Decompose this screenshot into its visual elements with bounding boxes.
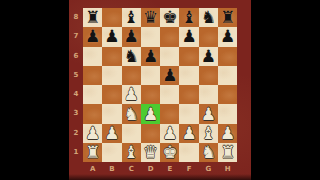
black-pawn-piece[interactable]: ♟	[160, 66, 179, 85]
square-g2[interactable]: ♝	[199, 124, 218, 143]
square-d7[interactable]	[141, 27, 160, 46]
square-e5[interactable]: ♟	[160, 66, 179, 85]
square-g7[interactable]	[199, 27, 218, 46]
square-f1[interactable]	[179, 143, 198, 162]
file-label-h: H	[218, 163, 237, 175]
chess-board: ♜♝♛♚♝♞♜♟♟♟♟♟♞♟♟♟♟♞♟♟♟♟♟♟♝♟♜♝♛♚♞♜	[83, 8, 237, 162]
square-a6[interactable]	[83, 47, 102, 66]
black-pawn-piece[interactable]: ♟	[179, 27, 198, 46]
square-f4[interactable]	[179, 85, 198, 104]
square-h4[interactable]	[218, 85, 237, 104]
square-h8[interactable]: ♜	[218, 8, 237, 27]
square-f5[interactable]	[179, 66, 198, 85]
square-g6[interactable]: ♟	[199, 47, 218, 66]
square-h1[interactable]: ♜	[218, 143, 237, 162]
rank-label-4: 4	[69, 85, 83, 104]
square-h5[interactable]	[218, 66, 237, 85]
square-f2[interactable]: ♟	[179, 124, 198, 143]
square-h3[interactable]	[218, 104, 237, 123]
square-d5[interactable]	[141, 66, 160, 85]
square-a7[interactable]: ♟	[83, 27, 102, 46]
file-labels: ABCDEFGH	[83, 163, 237, 175]
square-h7[interactable]: ♟	[218, 27, 237, 46]
square-c4[interactable]: ♟	[122, 85, 141, 104]
square-g3[interactable]: ♟	[199, 104, 218, 123]
square-d2[interactable]	[141, 124, 160, 143]
square-b1[interactable]	[102, 143, 121, 162]
square-e7[interactable]	[160, 27, 179, 46]
square-h2[interactable]: ♟	[218, 124, 237, 143]
white-knight-piece[interactable]: ♞	[122, 104, 141, 123]
square-a1[interactable]: ♜	[83, 143, 102, 162]
black-knight-piece[interactable]: ♞	[122, 47, 141, 66]
square-b3[interactable]	[102, 104, 121, 123]
black-queen-piece[interactable]: ♛	[141, 8, 160, 27]
white-pawn-piece[interactable]: ♟	[83, 124, 102, 143]
square-h6[interactable]	[218, 47, 237, 66]
square-b2[interactable]: ♟	[102, 124, 121, 143]
white-rook-piece[interactable]: ♜	[83, 143, 102, 162]
rank-label-1: 1	[69, 143, 83, 162]
white-king-piece[interactable]: ♚	[160, 143, 179, 162]
board-frame: 87654321 ♜♝♛♚♝♞♜♟♟♟♟♟♞♟♟♟♟♞♟♟♟♟♟♟♝♟♜♝♛♚♞…	[69, 0, 251, 180]
file-label-e: E	[160, 163, 179, 175]
square-d1[interactable]: ♛	[141, 143, 160, 162]
square-f3[interactable]	[179, 104, 198, 123]
file-label-c: C	[122, 163, 141, 175]
file-label-d: D	[141, 163, 160, 175]
square-c6[interactable]: ♞	[122, 47, 141, 66]
black-bishop-piece[interactable]: ♝	[179, 8, 198, 27]
black-pawn-piece[interactable]: ♟	[122, 27, 141, 46]
white-queen-piece[interactable]: ♛	[141, 143, 160, 162]
file-label-g: G	[199, 163, 218, 175]
rank-labels: 87654321	[69, 8, 83, 162]
white-knight-piece[interactable]: ♞	[199, 143, 218, 162]
square-g1[interactable]: ♞	[199, 143, 218, 162]
black-bishop-piece[interactable]: ♝	[122, 8, 141, 27]
black-king-piece[interactable]: ♚	[160, 8, 179, 27]
rank-label-3: 3	[69, 104, 83, 123]
square-b5[interactable]	[102, 66, 121, 85]
white-pawn-piece[interactable]: ♟	[160, 124, 179, 143]
white-bishop-piece[interactable]: ♝	[199, 124, 218, 143]
square-e8[interactable]: ♚	[160, 8, 179, 27]
square-c1[interactable]: ♝	[122, 143, 141, 162]
white-rook-piece[interactable]: ♜	[218, 143, 237, 162]
square-f6[interactable]	[179, 47, 198, 66]
square-c3[interactable]: ♞	[122, 104, 141, 123]
file-label-f: F	[179, 163, 198, 175]
square-c7[interactable]: ♟	[122, 27, 141, 46]
square-a3[interactable]	[83, 104, 102, 123]
square-d6[interactable]: ♟	[141, 47, 160, 66]
rank-label-2: 2	[69, 124, 83, 143]
square-e1[interactable]: ♚	[160, 143, 179, 162]
square-e4[interactable]	[160, 85, 179, 104]
rank-label-7: 7	[69, 27, 83, 46]
black-pawn-piece[interactable]: ♟	[218, 27, 237, 46]
square-g5[interactable]	[199, 66, 218, 85]
white-pawn-piece[interactable]: ♟	[179, 124, 198, 143]
black-pawn-piece[interactable]: ♟	[199, 47, 218, 66]
square-b6[interactable]	[102, 47, 121, 66]
white-pawn-piece[interactable]: ♟	[122, 85, 141, 104]
black-pawn-piece[interactable]: ♟	[141, 47, 160, 66]
white-pawn-piece[interactable]: ♟	[218, 124, 237, 143]
square-f8[interactable]: ♝	[179, 8, 198, 27]
square-a2[interactable]: ♟	[83, 124, 102, 143]
square-c5[interactable]	[122, 66, 141, 85]
white-pawn-piece[interactable]: ♟	[102, 124, 121, 143]
file-label-a: A	[83, 163, 102, 175]
square-b7[interactable]: ♟	[102, 27, 121, 46]
rank-label-5: 5	[69, 66, 83, 85]
black-pawn-piece[interactable]: ♟	[102, 27, 121, 46]
white-pawn-piece[interactable]: ♟	[141, 104, 160, 123]
square-d4[interactable]	[141, 85, 160, 104]
square-c8[interactable]: ♝	[122, 8, 141, 27]
file-label-b: B	[102, 163, 121, 175]
square-e3[interactable]	[160, 104, 179, 123]
square-d3[interactable]: ♟	[141, 104, 160, 123]
square-g4[interactable]	[199, 85, 218, 104]
square-g8[interactable]: ♞	[199, 8, 218, 27]
square-f7[interactable]: ♟	[179, 27, 198, 46]
rank-label-8: 8	[69, 8, 83, 27]
rank-label-6: 6	[69, 47, 83, 66]
square-a5[interactable]	[83, 66, 102, 85]
square-b8[interactable]	[102, 8, 121, 27]
square-d8[interactable]: ♛	[141, 8, 160, 27]
square-e2[interactable]: ♟	[160, 124, 179, 143]
black-knight-piece[interactable]: ♞	[199, 8, 218, 27]
square-a8[interactable]: ♜	[83, 8, 102, 27]
square-c2[interactable]	[122, 124, 141, 143]
white-pawn-piece[interactable]: ♟	[199, 104, 218, 123]
black-rook-piece[interactable]: ♜	[218, 8, 237, 27]
square-e6[interactable]	[160, 47, 179, 66]
black-pawn-piece[interactable]: ♟	[83, 27, 102, 46]
black-rook-piece[interactable]: ♜	[83, 8, 102, 27]
white-bishop-piece[interactable]: ♝	[122, 143, 141, 162]
square-a4[interactable]	[83, 85, 102, 104]
square-b4[interactable]	[102, 85, 121, 104]
